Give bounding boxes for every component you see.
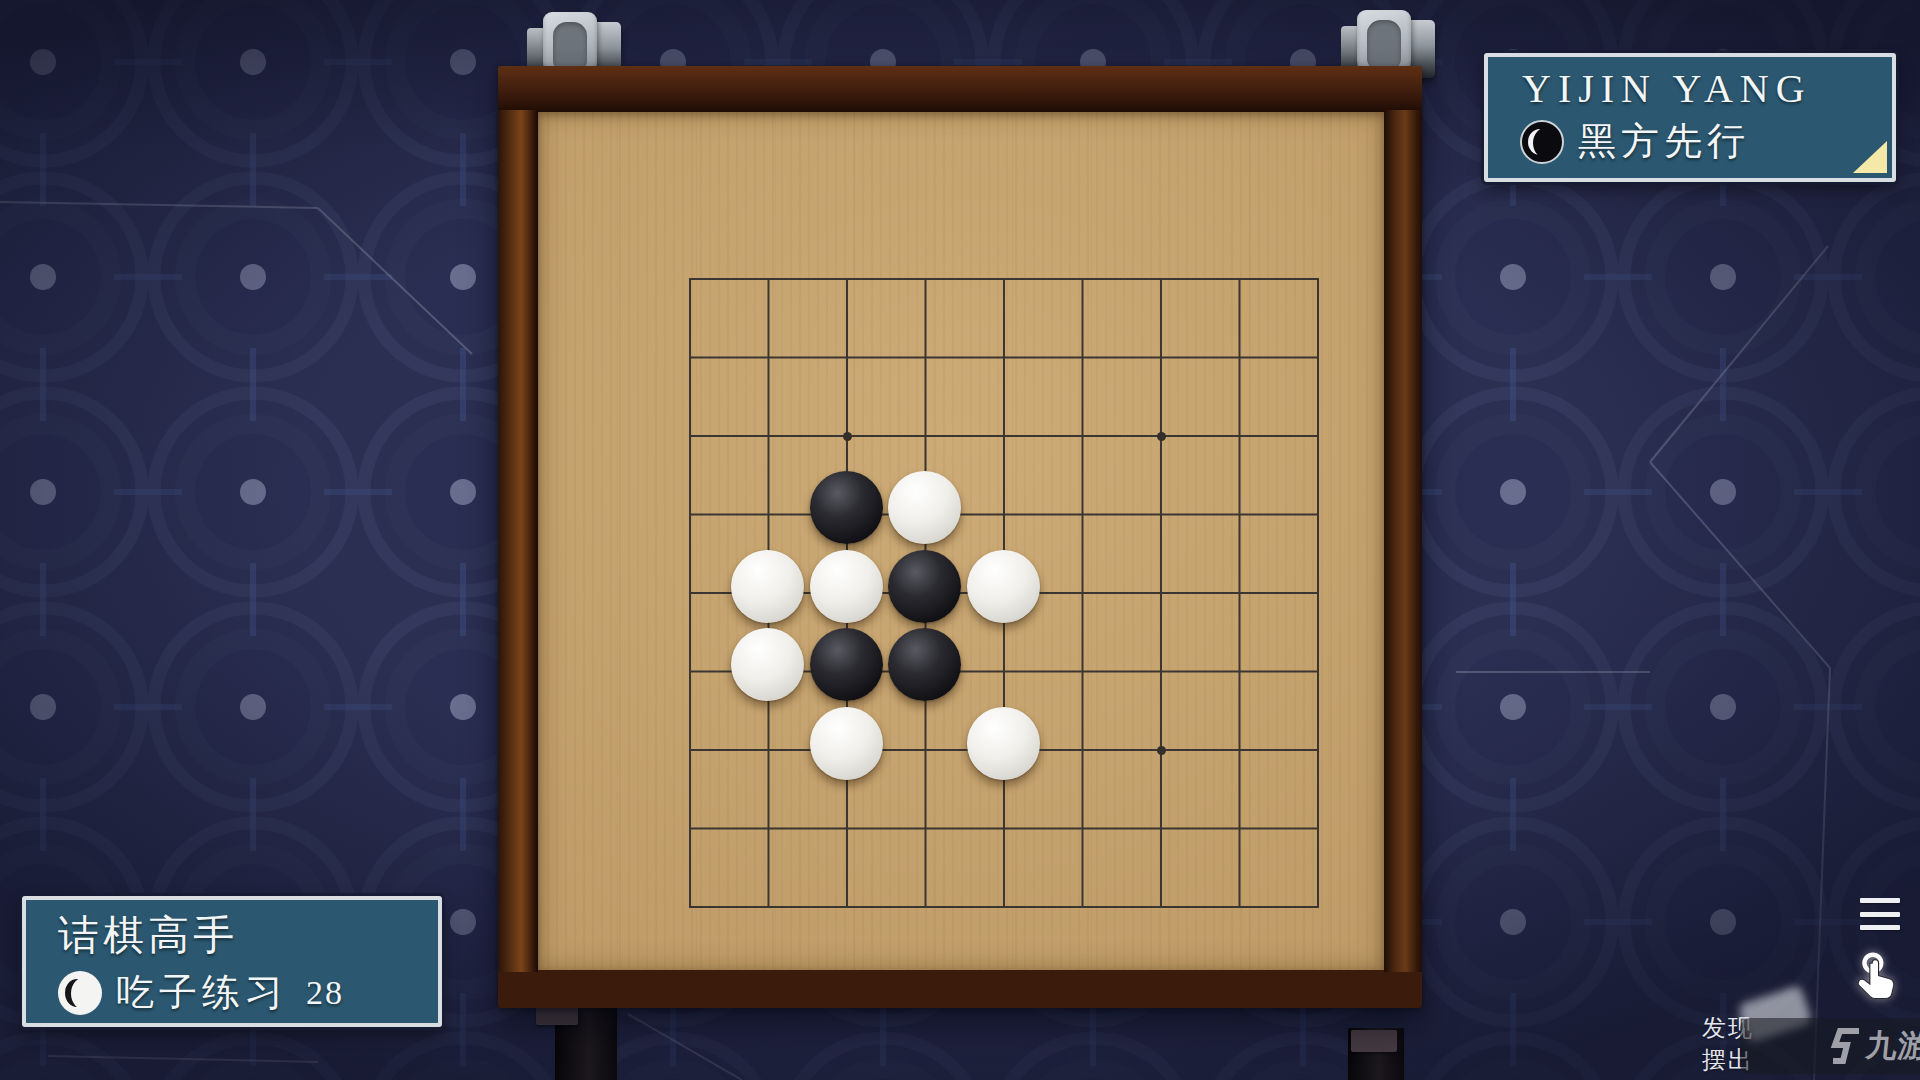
black-stone-icon	[1520, 120, 1564, 164]
stone-black	[810, 628, 883, 701]
exercise-number: 28	[306, 974, 344, 1012]
player-name: YIJIN YANG	[1488, 57, 1892, 112]
game-screen: YIJIN YANG 黑方先行 诘棋高手 吃子练习 28 发现 摆出 九游	[0, 0, 1920, 1080]
turn-label: 黑方先行	[1578, 116, 1750, 167]
stone-white	[888, 471, 961, 544]
hamburger-bar	[1860, 912, 1900, 917]
stone-white	[967, 550, 1040, 623]
stone-white	[810, 707, 883, 780]
stone-black	[810, 471, 883, 544]
hamburger-bar	[1860, 898, 1900, 903]
hand-tap-cursor-icon	[1850, 950, 1906, 1006]
watermark-text: 九游	[1864, 1025, 1920, 1067]
watermark: 九游	[1740, 1018, 1920, 1074]
white-stone-icon	[58, 971, 102, 1015]
stone-white	[810, 550, 883, 623]
stone-white	[967, 707, 1040, 780]
corner-fold-triangle	[1853, 141, 1887, 173]
go-board-stand	[498, 66, 1422, 1008]
stone-white	[731, 628, 804, 701]
mode-title: 诘棋高手	[26, 900, 438, 963]
leg-bracket-right	[1351, 1030, 1397, 1052]
stone-black	[888, 628, 961, 701]
board-surface	[538, 112, 1384, 970]
stones-layer[interactable]	[650, 239, 1357, 946]
watermark-logo-icon	[1826, 1028, 1862, 1064]
level-info-box: 诘棋高手 吃子练习 28	[22, 896, 442, 1027]
frame-rail-left	[498, 110, 538, 972]
frame-rail-top	[498, 66, 1422, 112]
board-frame	[498, 66, 1422, 1008]
menu-button[interactable]	[1860, 898, 1900, 930]
hamburger-bar	[1860, 925, 1900, 930]
turn-indicator-box: YIJIN YANG 黑方先行	[1484, 53, 1896, 182]
exercise-label: 吃子练习	[116, 967, 288, 1018]
frame-rail-bottom	[498, 970, 1422, 1008]
stone-black	[888, 550, 961, 623]
frame-rail-right	[1384, 110, 1422, 972]
stone-white	[731, 550, 804, 623]
